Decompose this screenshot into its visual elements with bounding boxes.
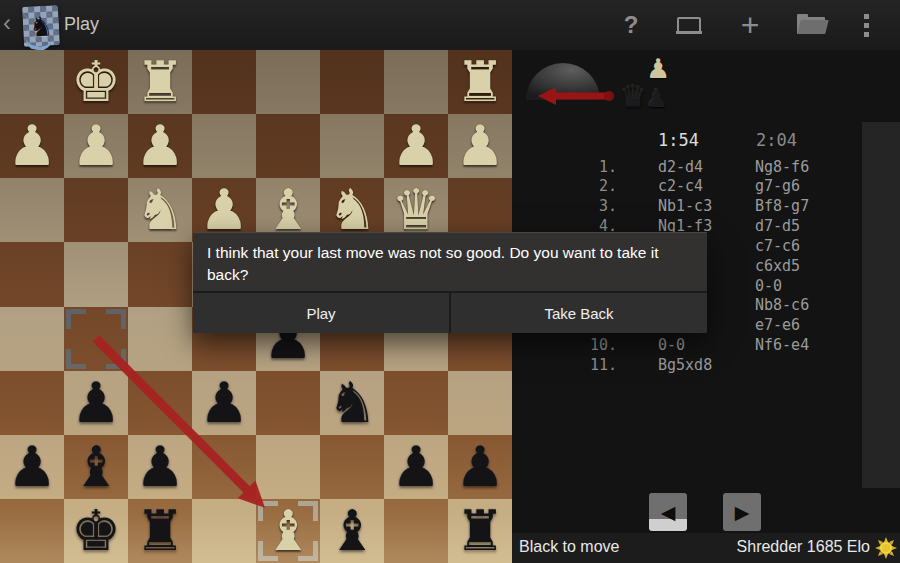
square-g3[interactable] — [64, 178, 128, 242]
white-move: d2-d4 — [658, 157, 703, 177]
move-forward-button[interactable]: ▶ — [723, 493, 761, 531]
folder-shape — [797, 17, 825, 34]
white-pawn-b2: ♟ — [384, 114, 448, 178]
back-chevron-icon[interactable]: ‹ — [3, 11, 11, 35]
app-screen: ‹ ♞ Play ? + ♚♜♜♟♟♟♟♟♞♟♝♞♛♞♟♟♟♟♞♟♝♟♟♟♚♜♝… — [0, 0, 900, 563]
white-pawn-a2: ♟ — [448, 114, 512, 178]
square-h5[interactable] — [0, 307, 64, 371]
black-rook-f8: ♜ — [128, 499, 192, 563]
play-button[interactable]: Play — [193, 293, 451, 333]
square-b1[interactable] — [384, 50, 448, 114]
board-view-icon[interactable] — [671, 0, 707, 50]
black-knight-c6: ♞ — [320, 371, 384, 435]
black-move: Nb8-c6 — [755, 295, 809, 315]
square-f4[interactable] — [128, 242, 192, 306]
square-d2[interactable] — [256, 114, 320, 178]
move-back-button[interactable]: ◀ — [649, 493, 687, 531]
engine-strength-label: Shredder 1685 Elo — [737, 538, 870, 556]
square-d1[interactable] — [256, 50, 320, 114]
black-move: c6xd5 — [755, 256, 800, 276]
black-move: d7-d5 — [755, 216, 800, 236]
help-icon[interactable]: ? — [613, 0, 649, 50]
square-e6[interactable]: ♟ — [192, 371, 256, 435]
dialog-button-bar: Play Take Back — [193, 291, 707, 333]
black-king-g8: ♚ — [64, 499, 128, 563]
white-move: 0-0 — [658, 335, 685, 355]
square-g4[interactable] — [64, 242, 128, 306]
black-rook-a8: ♜ — [448, 499, 512, 563]
square-g7[interactable]: ♝ — [64, 435, 128, 499]
square-b8[interactable] — [384, 499, 448, 563]
logo-swoosh — [25, 33, 52, 51]
white-rook-f1: ♜ — [128, 50, 192, 114]
square-f8[interactable]: ♜ — [128, 499, 192, 563]
square-f6[interactable] — [128, 371, 192, 435]
new-game-icon[interactable]: + — [732, 0, 768, 54]
move-row-2[interactable]: 2.c2-c4g7-g6 — [512, 176, 862, 196]
white-move: Nb1-c3 — [658, 196, 712, 216]
black-pawn-b7: ♟ — [384, 435, 448, 499]
white-rook-a1: ♜ — [448, 50, 512, 114]
square-g5[interactable] — [64, 307, 128, 371]
move-number: 3. — [512, 196, 617, 216]
square-f7[interactable]: ♟ — [128, 435, 192, 499]
square-e7[interactable] — [192, 435, 256, 499]
black-move: Nf6-e4 — [755, 335, 809, 355]
move-number: 10. — [512, 335, 617, 355]
move-row-3[interactable]: 3.Nb1-c3Bf8-g7 — [512, 196, 862, 216]
square-e1[interactable] — [192, 50, 256, 114]
overflow-menu-icon[interactable] — [852, 0, 880, 50]
square-h6[interactable] — [0, 371, 64, 435]
square-h8[interactable] — [0, 499, 64, 563]
black-bishop-c8: ♝ — [320, 499, 384, 563]
move-list-scrollbar[interactable] — [862, 122, 900, 488]
square-a2[interactable]: ♟ — [448, 114, 512, 178]
move-row-11[interactable]: 11.Bg5xd8 — [512, 355, 862, 375]
square-b2[interactable]: ♟ — [384, 114, 448, 178]
square-d6[interactable] — [256, 371, 320, 435]
square-c8[interactable]: ♝ — [320, 499, 384, 563]
square-b6[interactable] — [384, 371, 448, 435]
white-knight-f3: ♞ — [128, 178, 192, 242]
square-c6[interactable]: ♞ — [320, 371, 384, 435]
square-g1[interactable]: ♚ — [64, 50, 128, 114]
black-bishop-g7: ♝ — [64, 435, 128, 499]
black-move: e7-e6 — [755, 315, 800, 335]
page-title: Play — [64, 14, 99, 35]
black-pawn-h7: ♟ — [0, 435, 64, 499]
square-f5[interactable] — [128, 307, 192, 371]
square-f2[interactable]: ♟ — [128, 114, 192, 178]
white-pawn-f2: ♟ — [128, 114, 192, 178]
move-number: 2. — [512, 176, 617, 196]
board-view-base — [676, 31, 702, 34]
square-f3[interactable]: ♞ — [128, 178, 192, 242]
square-c1[interactable] — [320, 50, 384, 114]
square-c2[interactable] — [320, 114, 384, 178]
status-bar: Black to move Shredder 1685 Elo — [512, 533, 900, 563]
white-pawn-g2: ♟ — [64, 114, 128, 178]
black-move: Bf8-g7 — [755, 196, 809, 216]
move-row-10[interactable]: 10.0-0Nf6-e4 — [512, 335, 862, 355]
black-move: 0-0 — [755, 276, 782, 296]
square-d8[interactable]: ♝ — [256, 499, 320, 563]
square-g6[interactable]: ♟ — [64, 371, 128, 435]
black-pawn-g6: ♟ — [64, 371, 128, 435]
square-e2[interactable] — [192, 114, 256, 178]
app-logo-icon[interactable]: ♞ — [22, 5, 60, 47]
black-move: Ng8-f6 — [755, 157, 809, 177]
square-a8[interactable]: ♜ — [448, 499, 512, 563]
white-move: Bg5xd8 — [658, 355, 712, 375]
black-move: c7-c6 — [755, 236, 800, 256]
white-pawn-h2: ♟ — [0, 114, 64, 178]
square-h7[interactable]: ♟ — [0, 435, 64, 499]
black-move: g7-g6 — [755, 176, 800, 196]
action-bar: ‹ ♞ Play ? + — [0, 0, 900, 51]
white-king-g1: ♚ — [64, 50, 128, 114]
move-row-1[interactable]: 1.d2-d4Ng8-f6 — [512, 157, 862, 177]
highlight-brackets-g5 — [64, 307, 128, 371]
open-folder-icon[interactable] — [793, 0, 829, 50]
square-g8[interactable]: ♚ — [64, 499, 128, 563]
square-c7[interactable] — [320, 435, 384, 499]
square-a7[interactable]: ♟ — [448, 435, 512, 499]
dialog-message: I think that your last move was not so g… — [193, 233, 707, 286]
square-h4[interactable] — [0, 242, 64, 306]
takeback-dialog: I think that your last move was not so g… — [193, 232, 707, 333]
square-d7[interactable] — [256, 435, 320, 499]
move-number: 11. — [512, 355, 617, 375]
black-pawn-e6: ♟ — [192, 371, 256, 435]
square-h3[interactable] — [0, 178, 64, 242]
square-e8[interactable] — [192, 499, 256, 563]
turn-indicator: Black to move — [519, 538, 619, 556]
square-b7[interactable]: ♟ — [384, 435, 448, 499]
square-g2[interactable]: ♟ — [64, 114, 128, 178]
engine-strength-sun-icon — [875, 537, 897, 559]
move-number: 1. — [512, 157, 617, 177]
black-pawn-f7: ♟ — [128, 435, 192, 499]
square-a6[interactable] — [448, 371, 512, 435]
black-pawn-a7: ♟ — [448, 435, 512, 499]
highlight-brackets-d8 — [256, 499, 320, 563]
square-f1[interactable]: ♜ — [128, 50, 192, 114]
square-a1[interactable]: ♜ — [448, 50, 512, 114]
square-h2[interactable]: ♟ — [0, 114, 64, 178]
take-back-button[interactable]: Take Back — [451, 293, 707, 333]
white-move: c2-c4 — [658, 176, 703, 196]
square-h1[interactable] — [0, 50, 64, 114]
